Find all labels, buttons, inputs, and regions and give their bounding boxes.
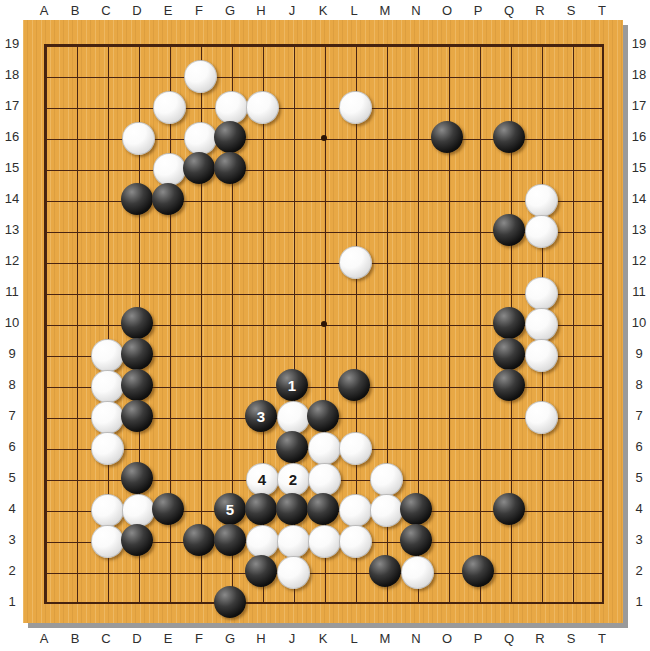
coordinate-label-12: 12 [628, 253, 650, 269]
go-stone-black-O16[interactable] [431, 121, 463, 153]
go-stone-black-D10[interactable] [121, 307, 153, 339]
go-stone-white-D16[interactable] [122, 122, 155, 155]
coordinate-label-1: 1 [1, 594, 23, 610]
coordinate-label-5: 5 [1, 470, 23, 486]
go-stone-white-C4[interactable] [91, 494, 124, 527]
go-stone-white-L4[interactable] [339, 494, 372, 527]
go-stone-white-N2[interactable] [401, 556, 434, 589]
go-stone-black-G4[interactable]: 5 [214, 493, 246, 525]
coordinate-label-J: J [277, 631, 307, 647]
go-stone-white-H3[interactable] [246, 525, 279, 558]
go-stone-black-D8[interactable] [121, 369, 153, 401]
coordinate-label-B: B [60, 631, 90, 647]
go-stone-white-R10[interactable] [525, 308, 558, 341]
coordinate-label-H: H [246, 3, 276, 19]
coordinate-label-G: G [215, 3, 245, 19]
coordinate-label-11: 11 [628, 284, 650, 300]
coordinate-label-M: M [370, 631, 400, 647]
coordinate-label-18: 18 [628, 67, 650, 83]
go-stone-black-D14[interactable] [121, 183, 153, 215]
coordinate-label-J: J [277, 3, 307, 19]
go-stone-black-F15[interactable] [183, 152, 215, 184]
coordinate-label-Q: Q [494, 3, 524, 19]
go-stone-black-G3[interactable] [214, 524, 246, 556]
coordinate-label-3: 3 [1, 532, 23, 548]
coordinate-label-7: 7 [628, 408, 650, 424]
go-stone-white-F16[interactable] [184, 122, 217, 155]
go-stone-black-E4[interactable] [152, 493, 184, 525]
star-point [321, 321, 327, 327]
coordinate-label-3: 3 [628, 532, 650, 548]
go-stone-black-H2[interactable] [245, 555, 277, 587]
go-stone-white-L12[interactable] [339, 246, 372, 279]
go-game-page: 13425 ABCDEFGHJKLMNOPQRST ABCDEFGHJKLMNO… [0, 0, 650, 651]
go-stone-black-Q9[interactable] [493, 338, 525, 370]
go-stone-white-J2[interactable] [277, 556, 310, 589]
go-stone-white-C3[interactable] [91, 525, 124, 558]
move-number-label: 1 [288, 378, 296, 393]
coordinate-label-E: E [153, 3, 183, 19]
go-stone-black-D3[interactable] [121, 524, 153, 556]
coordinate-label-17: 17 [628, 98, 650, 114]
coordinate-label-R: R [525, 631, 555, 647]
coordinate-label-G: G [215, 631, 245, 647]
coordinate-label-L: L [339, 631, 369, 647]
coordinate-label-F: F [184, 3, 214, 19]
go-stone-white-H17[interactable] [246, 91, 279, 124]
coordinate-label-19: 19 [1, 36, 23, 52]
coordinate-label-E: E [153, 631, 183, 647]
go-stone-white-C8[interactable] [91, 370, 124, 403]
coordinate-label-13: 13 [1, 222, 23, 238]
go-stone-black-G16[interactable] [214, 121, 246, 153]
go-stone-black-G1[interactable] [214, 586, 246, 618]
coordinate-label-1: 1 [628, 594, 650, 610]
go-stone-white-K3[interactable] [308, 525, 341, 558]
coordinate-label-S: S [556, 631, 586, 647]
go-stone-black-K4[interactable] [307, 493, 339, 525]
coordinate-label-O: O [432, 3, 462, 19]
coordinate-label-L: L [339, 3, 369, 19]
move-number-label: 2 [289, 472, 297, 487]
go-stone-white-C7[interactable] [91, 401, 124, 434]
go-stone-white-J7[interactable] [277, 401, 310, 434]
go-stone-black-D7[interactable] [121, 400, 153, 432]
go-stone-white-C9[interactable] [91, 339, 124, 372]
go-stone-black-E14[interactable] [152, 183, 184, 215]
go-stone-black-D5[interactable] [121, 462, 153, 494]
go-stone-white-J5[interactable]: 2 [277, 463, 310, 496]
go-stone-black-P2[interactable] [462, 555, 494, 587]
coordinate-label-14: 14 [628, 191, 650, 207]
coordinate-label-M: M [370, 3, 400, 19]
coordinate-label-16: 16 [1, 129, 23, 145]
coordinate-label-Q: Q [494, 631, 524, 647]
go-stone-white-H5[interactable]: 4 [246, 463, 279, 496]
coordinate-label-C: C [91, 3, 121, 19]
go-stone-white-R11[interactable] [525, 277, 558, 310]
coordinate-label-K: K [308, 3, 338, 19]
coordinate-label-B: B [60, 3, 90, 19]
go-stone-black-J8[interactable]: 1 [276, 369, 308, 401]
coordinate-label-18: 18 [1, 67, 23, 83]
coordinate-label-4: 4 [1, 501, 23, 517]
coordinate-label-8: 8 [628, 377, 650, 393]
go-stone-white-E15[interactable] [153, 153, 186, 186]
go-stone-white-R14[interactable] [525, 184, 558, 217]
move-number-label: 4 [258, 472, 266, 487]
go-stone-white-C6[interactable] [91, 432, 124, 465]
coordinate-label-2: 2 [1, 563, 23, 579]
go-stone-white-M5[interactable] [370, 463, 403, 496]
coordinate-label-A: A [29, 3, 59, 19]
coordinate-label-5: 5 [628, 470, 650, 486]
coordinate-label-R: R [525, 3, 555, 19]
coordinate-label-P: P [463, 3, 493, 19]
coordinate-label-9: 9 [1, 346, 23, 362]
star-point [321, 135, 327, 141]
go-stone-white-E17[interactable] [153, 91, 186, 124]
go-stone-white-J3[interactable] [277, 525, 310, 558]
go-stone-black-L8[interactable] [338, 369, 370, 401]
coordinate-label-S: S [556, 3, 586, 19]
coordinate-label-2: 2 [628, 563, 650, 579]
go-stone-black-Q8[interactable] [493, 369, 525, 401]
coordinate-label-D: D [122, 3, 152, 19]
go-stone-black-N4[interactable] [400, 493, 432, 525]
move-number-label: 3 [257, 409, 265, 424]
coordinate-label-C: C [91, 631, 121, 647]
go-stone-black-M2[interactable] [369, 555, 401, 587]
go-stone-white-L17[interactable] [339, 91, 372, 124]
go-stone-white-M4[interactable] [370, 494, 403, 527]
coordinate-label-13: 13 [628, 222, 650, 238]
coordinate-label-T: T [587, 3, 617, 19]
go-stone-black-H4[interactable] [245, 493, 277, 525]
go-stone-black-G15[interactable] [214, 152, 246, 184]
go-stone-black-Q4[interactable] [493, 493, 525, 525]
coordinate-label-15: 15 [1, 160, 23, 176]
coordinate-label-K: K [308, 631, 338, 647]
coordinate-label-11: 11 [1, 284, 23, 300]
go-stone-white-L6[interactable] [339, 432, 372, 465]
coordinate-label-16: 16 [628, 129, 650, 145]
coordinate-label-6: 6 [1, 439, 23, 455]
coordinate-label-6: 6 [628, 439, 650, 455]
coordinate-label-P: P [463, 631, 493, 647]
coordinate-label-17: 17 [1, 98, 23, 114]
go-stone-black-H7[interactable]: 3 [245, 400, 277, 432]
go-stone-white-G17[interactable] [215, 91, 248, 124]
go-stone-white-R7[interactable] [525, 401, 558, 434]
coordinate-label-9: 9 [628, 346, 650, 362]
move-number-label: 5 [226, 502, 234, 517]
go-stone-black-D9[interactable] [121, 338, 153, 370]
coordinate-label-7: 7 [1, 408, 23, 424]
go-stone-black-J4[interactable] [276, 493, 308, 525]
go-stone-white-R13[interactable] [525, 215, 558, 248]
go-stone-black-Q16[interactable] [493, 121, 525, 153]
go-stone-white-D4[interactable] [122, 494, 155, 527]
go-stone-white-L3[interactable] [339, 525, 372, 558]
coordinate-label-A: A [29, 631, 59, 647]
go-stone-white-F18[interactable] [184, 60, 217, 93]
coordinate-label-H: H [246, 631, 276, 647]
go-stone-white-K6[interactable] [308, 432, 341, 465]
go-stone-white-K5[interactable] [308, 463, 341, 496]
coordinate-label-12: 12 [1, 253, 23, 269]
go-stone-black-F3[interactable] [183, 524, 215, 556]
go-stone-black-Q13[interactable] [493, 214, 525, 246]
coordinate-label-F: F [184, 631, 214, 647]
coordinate-label-8: 8 [1, 377, 23, 393]
go-stone-black-N3[interactable] [400, 524, 432, 556]
coordinate-label-15: 15 [628, 160, 650, 176]
go-board: 13425 [23, 20, 623, 623]
coordinate-label-N: N [401, 3, 431, 19]
coordinate-label-10: 10 [1, 315, 23, 331]
go-stone-black-K7[interactable] [307, 400, 339, 432]
coordinate-label-O: O [432, 631, 462, 647]
coordinate-label-D: D [122, 631, 152, 647]
go-stone-black-Q10[interactable] [493, 307, 525, 339]
coordinate-label-T: T [587, 631, 617, 647]
coordinate-label-14: 14 [1, 191, 23, 207]
coordinate-label-4: 4 [628, 501, 650, 517]
go-stone-black-J6[interactable] [276, 431, 308, 463]
coordinate-label-N: N [401, 631, 431, 647]
coordinate-label-10: 10 [628, 315, 650, 331]
coordinate-label-19: 19 [628, 36, 650, 52]
go-stone-white-R9[interactable] [525, 339, 558, 372]
